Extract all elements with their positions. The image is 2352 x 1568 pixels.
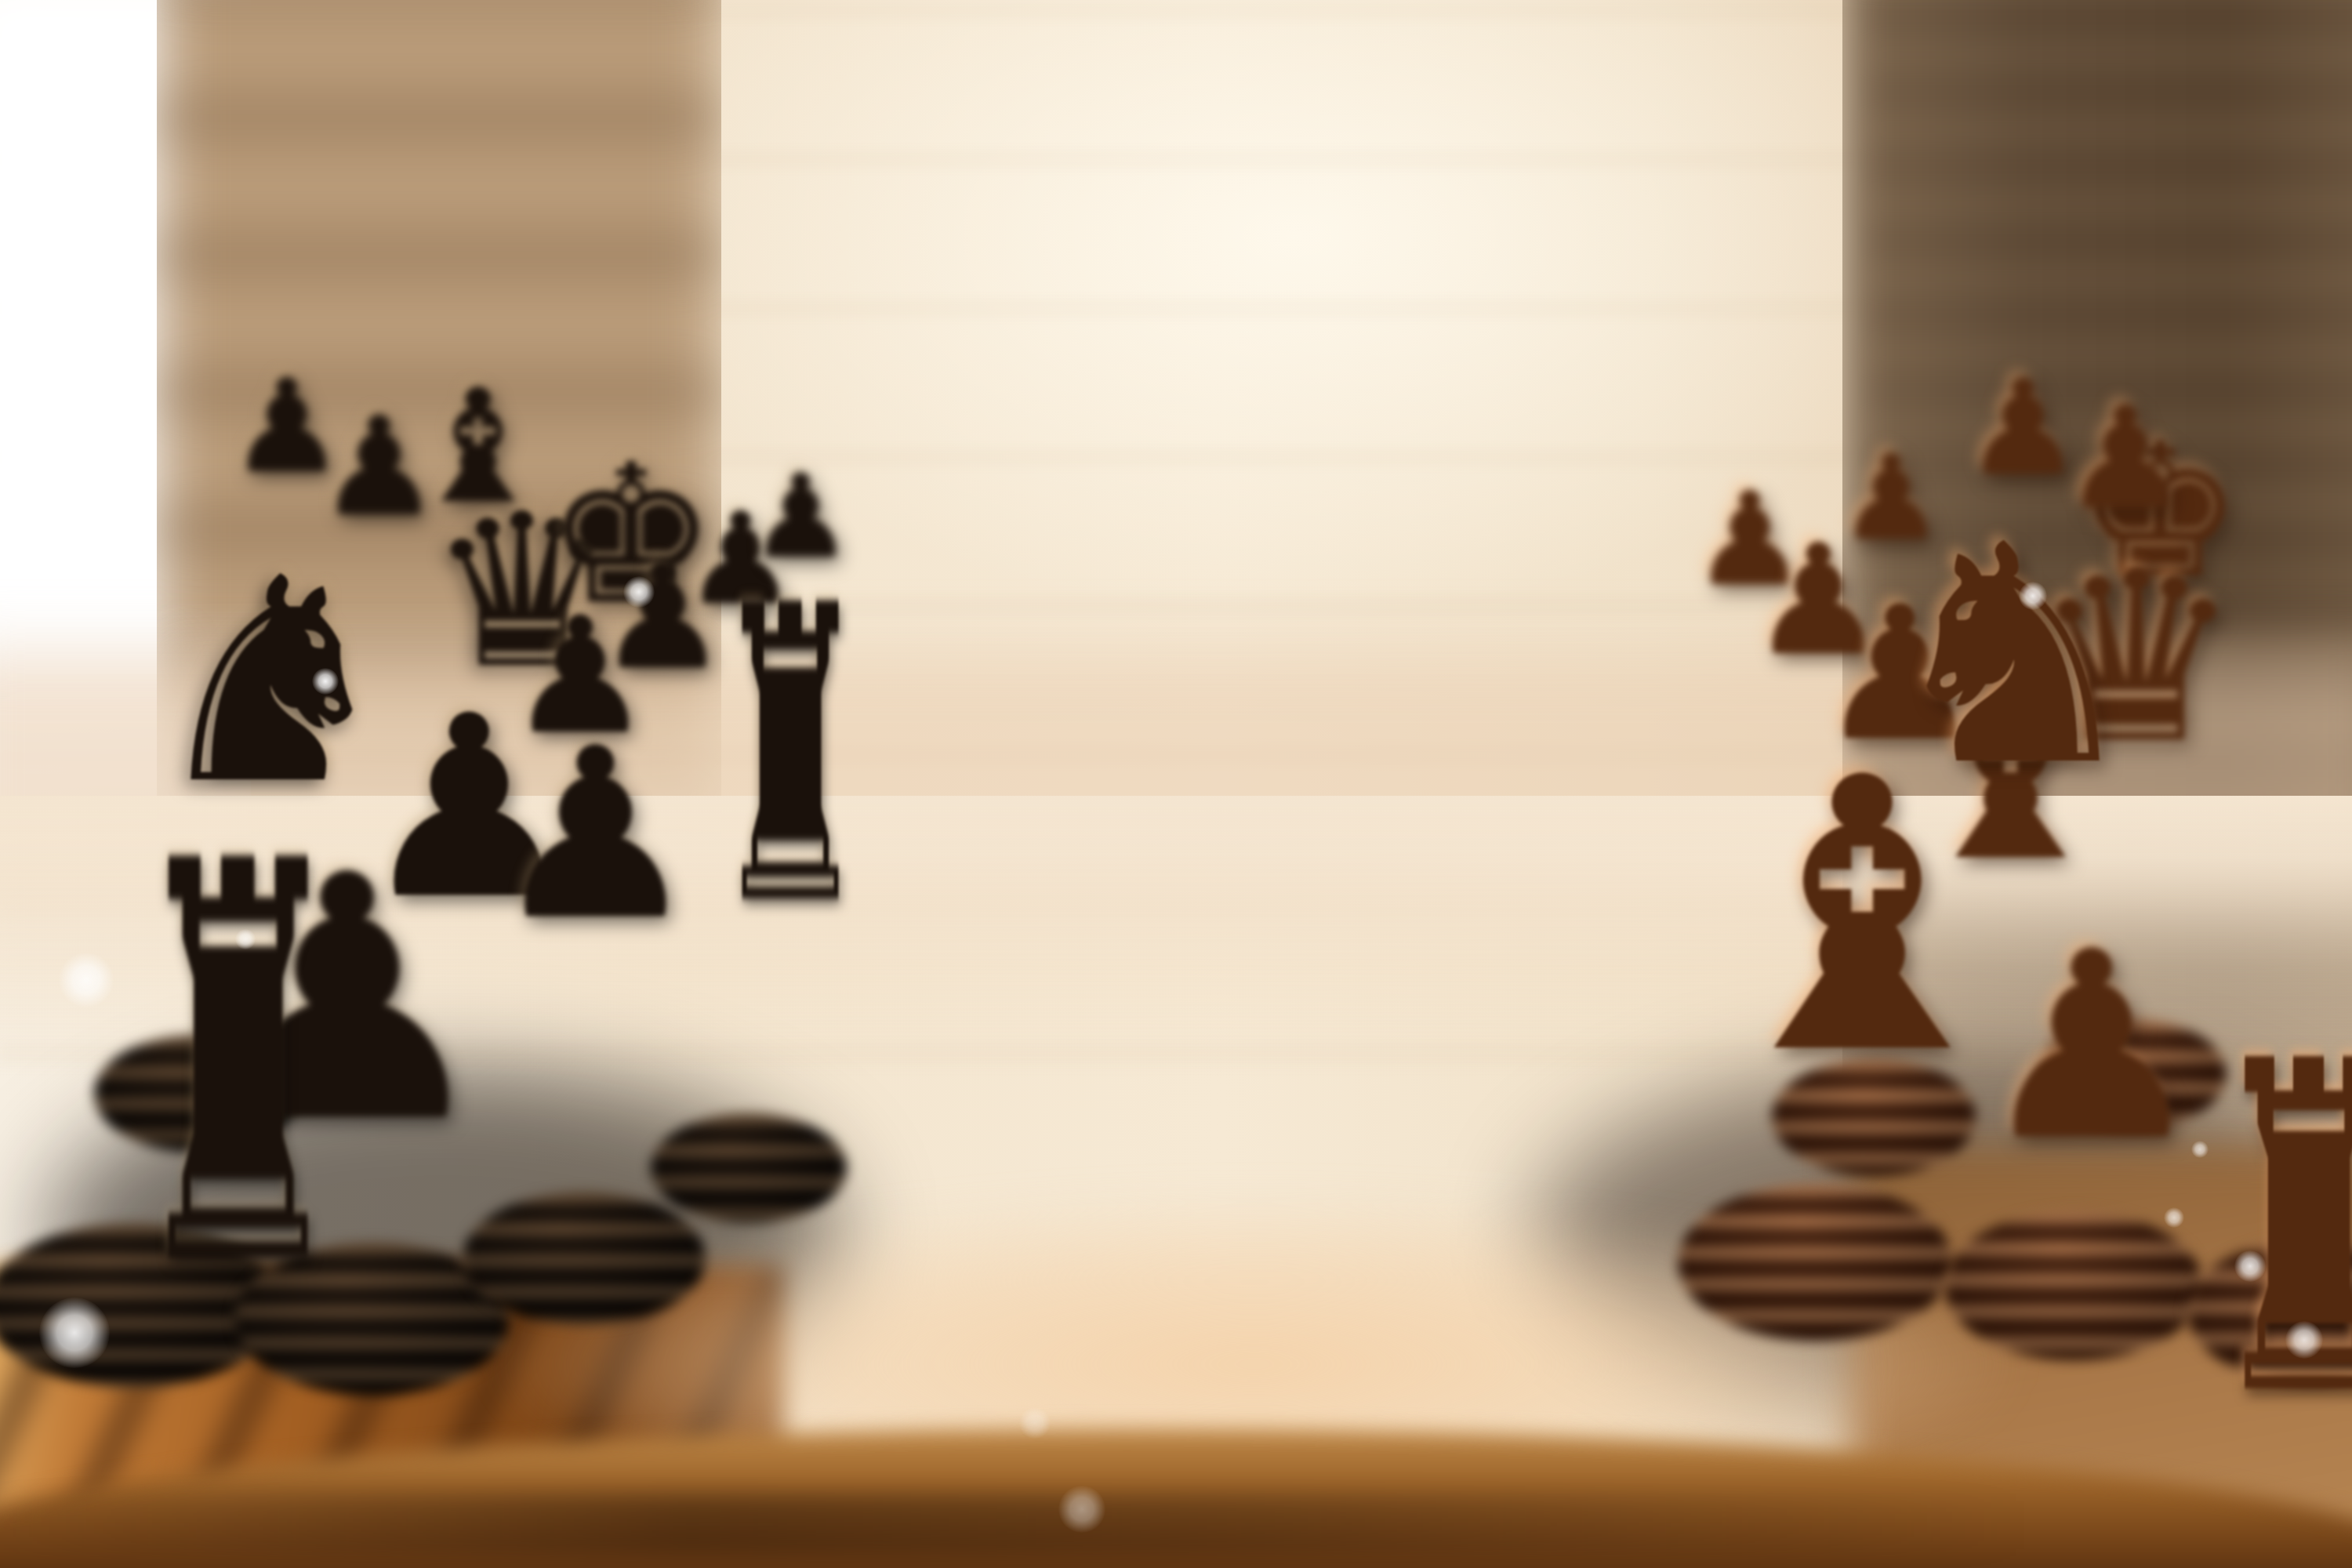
piece-dark-pawn[interactable]: ♟ <box>508 596 652 757</box>
near-edge-shadow-streak <box>0 1494 2352 1556</box>
specular-highlight <box>1058 1486 1105 1533</box>
specular-highlight <box>2285 1321 2323 1359</box>
piece-base-right <box>1678 1184 1952 1341</box>
piece-base-left <box>463 1192 706 1325</box>
specular-highlight <box>2234 1250 2266 1282</box>
specular-highlight <box>1019 1407 1051 1439</box>
chess-photo-scene: ♜♞♟♟♟♛♚♝♟♟♜♟♟♟♟♞♜♜♝♟♛♚♟♟♟♟♟♟♝ <box>0 0 2352 1568</box>
piece-base-right <box>1944 1211 2203 1360</box>
specular-highlight <box>2019 582 2047 610</box>
piece-copper-bishop[interactable]: ♝ <box>1693 729 2031 1105</box>
piece-base-left <box>651 1113 847 1223</box>
specular-highlight <box>235 929 256 949</box>
specular-highlight <box>39 1298 110 1368</box>
specular-highlight <box>2164 1207 2184 1228</box>
piece-copper-rook[interactable]: ♜ <box>2207 1004 2352 1458</box>
piece-dark-rook[interactable]: ♜ <box>713 553 867 960</box>
specular-highlight <box>312 668 339 695</box>
piece-dark-rook[interactable]: ♜ <box>128 792 349 1341</box>
specular-highlight <box>59 953 114 1007</box>
piece-dark-pawn[interactable]: ♟ <box>318 398 441 535</box>
specular-highlight <box>623 576 655 608</box>
specular-highlight <box>2191 1141 2209 1158</box>
